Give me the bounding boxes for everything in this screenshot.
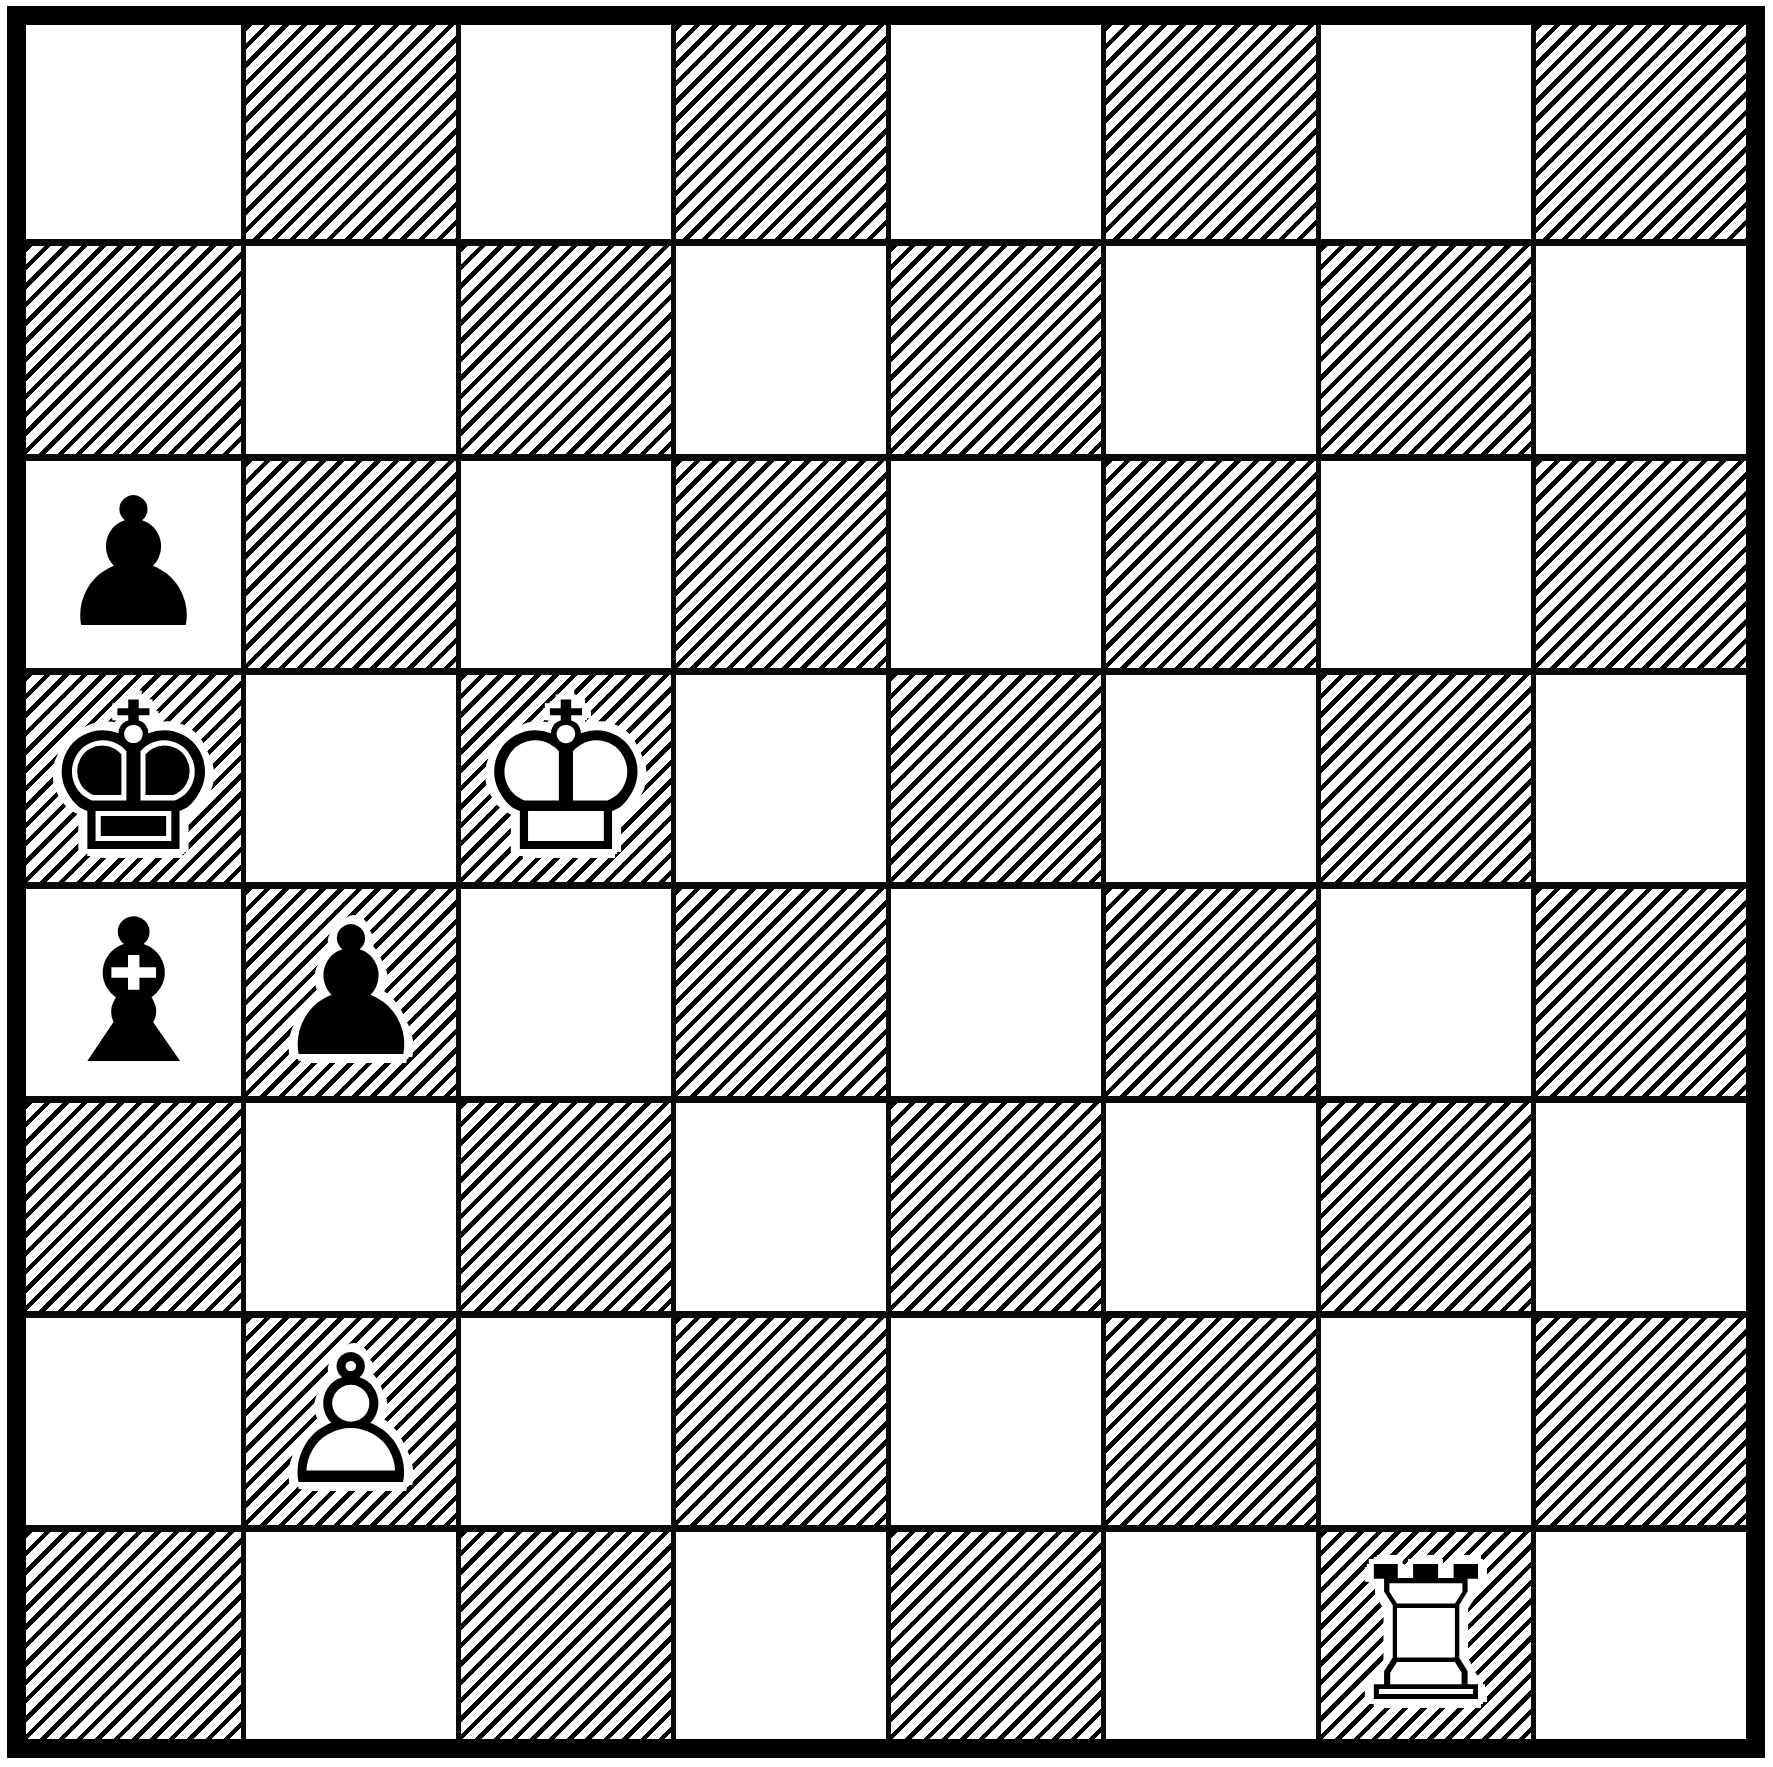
square-c7 [456,239,671,453]
square-d5 [671,668,886,882]
square-a1 [26,1525,241,1739]
board-frame: ♟♟♚♚♚♔♝♝♟♟♟♙♜♖ [7,6,1765,1758]
piece-black-bishop: ♝♝ [26,889,241,1096]
square-a3 [26,1096,241,1310]
square-e5 [886,668,1101,882]
square-h8 [1531,25,1746,239]
square-b8 [241,25,456,239]
square-b3 [241,1096,456,1310]
square-f4 [1101,882,1316,1096]
piece-glyph: ♟ [246,889,456,1096]
square-h2 [1531,1311,1746,1525]
square-g7 [1316,239,1531,453]
square-c8 [456,25,671,239]
piece-glyph: ♔ [461,675,671,882]
chess-board: ♟♟♚♚♚♔♝♝♟♟♟♙♜♖ [26,25,1746,1739]
piece-glyph: ♝ [26,889,241,1096]
square-f2 [1101,1311,1316,1525]
square-b2: ♟♙ [241,1311,456,1525]
piece-white-rook: ♜♖ [1321,1532,1531,1739]
square-h6 [1531,454,1746,668]
square-f5 [1101,668,1316,882]
square-h1 [1531,1525,1746,1739]
piece-white-pawn: ♟♙ [246,1318,456,1525]
square-h7 [1531,239,1746,453]
square-f6 [1101,454,1316,668]
square-a2 [26,1311,241,1525]
square-b5 [241,668,456,882]
piece-glyph: ♚ [26,675,241,882]
square-e2 [886,1311,1101,1525]
square-e3 [886,1096,1101,1310]
square-f7 [1101,239,1316,453]
square-a5: ♚♚ [26,668,241,882]
square-c5: ♚♔ [456,668,671,882]
square-g1: ♜♖ [1316,1525,1531,1739]
square-d7 [671,239,886,453]
square-a8 [26,25,241,239]
chess-diagram: ♟♟♚♚♚♔♝♝♟♟♟♙♜♖ 8/8/p7/k1K5/bp6/8/1P6/6R1… [0,0,1773,1767]
square-g6 [1316,454,1531,668]
square-e1 [886,1525,1101,1739]
square-a4: ♝♝ [26,882,241,1096]
square-d3 [671,1096,886,1310]
piece-glyph: ♖ [1321,1532,1531,1739]
square-c6 [456,454,671,668]
square-d2 [671,1311,886,1525]
piece-white-king: ♚♔ [461,675,671,882]
square-c1 [456,1525,671,1739]
square-f3 [1101,1096,1316,1310]
square-a7 [26,239,241,453]
piece-black-king: ♚♚ [26,675,241,882]
square-e4 [886,882,1101,1096]
square-e6 [886,454,1101,668]
square-b4: ♟♟ [241,882,456,1096]
square-b7 [241,239,456,453]
square-g2 [1316,1311,1531,1525]
piece-glyph: ♙ [246,1318,456,1525]
square-b1 [241,1525,456,1739]
square-g4 [1316,882,1531,1096]
square-g3 [1316,1096,1531,1310]
square-f1 [1101,1525,1316,1739]
square-d8 [671,25,886,239]
square-c3 [456,1096,671,1310]
square-e8 [886,25,1101,239]
square-g8 [1316,25,1531,239]
square-f8 [1101,25,1316,239]
square-a6: ♟♟ [26,454,241,668]
piece-glyph: ♟ [26,461,241,668]
square-e7 [886,239,1101,453]
square-g5 [1316,668,1531,882]
square-c2 [456,1311,671,1525]
square-h5 [1531,668,1746,882]
piece-black-pawn: ♟♟ [246,889,456,1096]
square-d1 [671,1525,886,1739]
piece-black-pawn: ♟♟ [26,461,241,668]
square-c4 [456,882,671,1096]
square-h3 [1531,1096,1746,1310]
square-d4 [671,882,886,1096]
square-d6 [671,454,886,668]
square-b6 [241,454,456,668]
square-h4 [1531,882,1746,1096]
